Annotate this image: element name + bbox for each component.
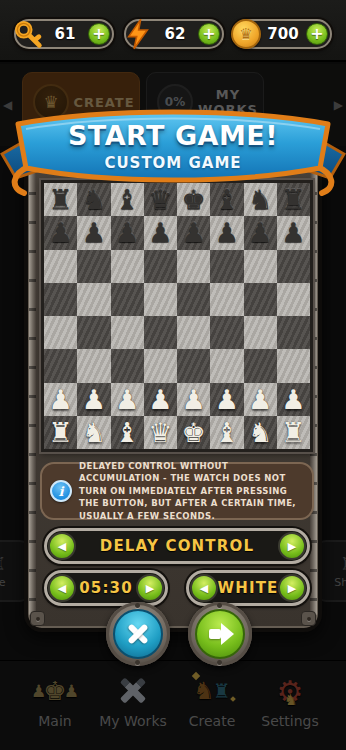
banner-title: START GAME! [0, 120, 346, 151]
side-next-button[interactable]: ▶ [278, 574, 306, 602]
square-c7[interactable]: ♟ [111, 216, 144, 249]
square-e5[interactable] [177, 283, 210, 316]
square-e7[interactable]: ♟ [177, 216, 210, 249]
app-screen: 61 + 62 + ♛ 700 + ◀ ▶ ♛ CREATE 0% MY WOR… [0, 0, 346, 750]
white-pawn: ♟ [115, 386, 139, 413]
time-selector: ◀ 05:30 ▶ [44, 570, 168, 606]
white-pawn: ♟ [281, 386, 305, 413]
confirm-arrow-icon [209, 629, 221, 639]
square-g3[interactable] [244, 349, 277, 382]
black-pawn: ♟ [82, 219, 106, 246]
white-rook: ♜ [49, 419, 73, 446]
confirm-button[interactable] [195, 609, 245, 659]
mode-prev-button[interactable]: ◀ [48, 532, 76, 560]
square-f3[interactable] [210, 349, 243, 382]
coins-counter: ♛ 700 + [232, 19, 332, 49]
mode-next-button[interactable]: ▶ [278, 532, 306, 560]
corner-rivet [301, 611, 316, 626]
white-king: ♚ [182, 419, 206, 446]
square-c4[interactable] [111, 316, 144, 349]
square-b2[interactable]: ♟ [77, 383, 110, 416]
square-a4[interactable] [44, 316, 77, 349]
square-f5[interactable] [210, 283, 243, 316]
square-g1[interactable]: ♞ [244, 416, 277, 449]
square-h5[interactable] [277, 283, 310, 316]
white-pawn: ♟ [182, 386, 206, 413]
white-knight: ♞ [248, 419, 272, 446]
square-b1[interactable]: ♞ [77, 416, 110, 449]
square-a5[interactable] [44, 283, 77, 316]
square-e3[interactable] [177, 349, 210, 382]
square-c3[interactable] [111, 349, 144, 382]
keys-value: 61 [46, 21, 84, 47]
coin-icon: ♛ [226, 14, 266, 54]
square-f7[interactable]: ♟ [210, 216, 243, 249]
time-prev-button[interactable]: ◀ [48, 574, 76, 602]
corner-rivet [30, 611, 45, 626]
square-d2[interactable]: ♟ [144, 383, 177, 416]
square-h6[interactable] [277, 250, 310, 283]
energy-value: 62 [156, 21, 194, 47]
time-next-button[interactable]: ▶ [136, 574, 164, 602]
black-pawn: ♟ [281, 219, 305, 246]
square-a6[interactable] [44, 250, 77, 283]
info-text: DELAYED CONTROL WITHOUT ACCUMULATION - T… [79, 460, 304, 523]
square-a2[interactable]: ♟ [44, 383, 77, 416]
square-g2[interactable]: ♟ [244, 383, 277, 416]
square-d7[interactable]: ♟ [144, 216, 177, 249]
square-c6[interactable] [111, 250, 144, 283]
black-pawn: ♟ [148, 219, 172, 246]
square-f2[interactable]: ♟ [210, 383, 243, 416]
white-rook: ♜ [281, 419, 305, 446]
square-e6[interactable] [177, 250, 210, 283]
square-d6[interactable] [144, 250, 177, 283]
metal-frame-left [29, 166, 36, 616]
coin-crown-emblem: ♛ [231, 19, 261, 49]
square-b7[interactable]: ♟ [77, 216, 110, 249]
custom-game-dialog: ♜♞♝♛♚♝♞♜♟♟♟♟♟♟♟♟♟♟♟♟♟♟♟♟♜♞♝♛♚♝♞♜ i DELAY… [24, 150, 322, 632]
banner-subtitle: CUSTOM GAME [0, 154, 346, 172]
square-h3[interactable] [277, 349, 310, 382]
white-bishop: ♝ [215, 419, 239, 446]
square-f1[interactable]: ♝ [210, 416, 243, 449]
square-d3[interactable] [144, 349, 177, 382]
square-e2[interactable]: ♟ [177, 383, 210, 416]
square-h4[interactable] [277, 316, 310, 349]
square-e1[interactable]: ♚ [177, 416, 210, 449]
square-b5[interactable] [77, 283, 110, 316]
square-c5[interactable] [111, 283, 144, 316]
square-d4[interactable] [144, 316, 177, 349]
confirm-button-bezel [188, 602, 252, 666]
top-bar: 61 + 62 + ♛ 700 + [0, 0, 346, 62]
mode-value: DELAY CONTROL [70, 537, 285, 555]
white-pawn: ♟ [248, 386, 272, 413]
start-game-banner: START GAME! CUSTOM GAME [0, 104, 346, 196]
black-pawn: ♟ [115, 219, 139, 246]
square-g7[interactable]: ♟ [244, 216, 277, 249]
white-pawn: ♟ [148, 386, 172, 413]
close-button-bezel [106, 602, 170, 666]
time-control-mode-selector: ◀ DELAY CONTROL ▶ [44, 528, 310, 564]
side-prev-button[interactable]: ◀ [190, 574, 218, 602]
side-selector: ◀ WHITE ▶ [186, 570, 310, 606]
close-button[interactable] [113, 609, 163, 659]
square-b6[interactable] [77, 250, 110, 283]
info-icon: i [50, 480, 72, 502]
square-g5[interactable] [244, 283, 277, 316]
key-icon [8, 14, 48, 54]
square-h7[interactable]: ♟ [277, 216, 310, 249]
bolt-icon [118, 14, 158, 54]
add-keys-button[interactable]: + [88, 23, 110, 45]
square-a1[interactable]: ♜ [44, 416, 77, 449]
white-pawn: ♟ [82, 386, 106, 413]
keys-counter: 61 + [14, 19, 114, 49]
square-d5[interactable] [144, 283, 177, 316]
black-pawn: ♟ [49, 219, 73, 246]
add-coins-button[interactable]: + [306, 23, 328, 45]
add-energy-button[interactable]: + [198, 23, 220, 45]
black-pawn: ♟ [248, 219, 272, 246]
black-pawn: ♟ [182, 219, 206, 246]
square-c1[interactable]: ♝ [111, 416, 144, 449]
white-pawn: ♟ [49, 386, 73, 413]
square-c2[interactable]: ♟ [111, 383, 144, 416]
square-h1[interactable]: ♜ [277, 416, 310, 449]
square-g6[interactable] [244, 250, 277, 283]
white-bishop: ♝ [115, 419, 139, 446]
square-f6[interactable] [210, 250, 243, 283]
square-a7[interactable]: ♟ [44, 216, 77, 249]
square-h2[interactable]: ♟ [277, 383, 310, 416]
white-pawn: ♟ [215, 386, 239, 413]
coins-value: 700 [264, 21, 302, 47]
white-queen: ♛ [148, 419, 172, 446]
square-b4[interactable] [77, 316, 110, 349]
info-box: i DELAYED CONTROL WITHOUT ACCUMULATION -… [40, 462, 314, 520]
square-d1[interactable]: ♛ [144, 416, 177, 449]
energy-counter: 62 + [124, 19, 224, 49]
square-g4[interactable] [244, 316, 277, 349]
square-f4[interactable] [210, 316, 243, 349]
square-b3[interactable] [77, 349, 110, 382]
chess-board: ♜♞♝♛♚♝♞♜♟♟♟♟♟♟♟♟♟♟♟♟♟♟♟♟♜♞♝♛♚♝♞♜ [41, 180, 313, 452]
white-knight: ♞ [82, 419, 106, 446]
square-e4[interactable] [177, 316, 210, 349]
black-pawn: ♟ [215, 219, 239, 246]
square-a3[interactable] [44, 349, 77, 382]
